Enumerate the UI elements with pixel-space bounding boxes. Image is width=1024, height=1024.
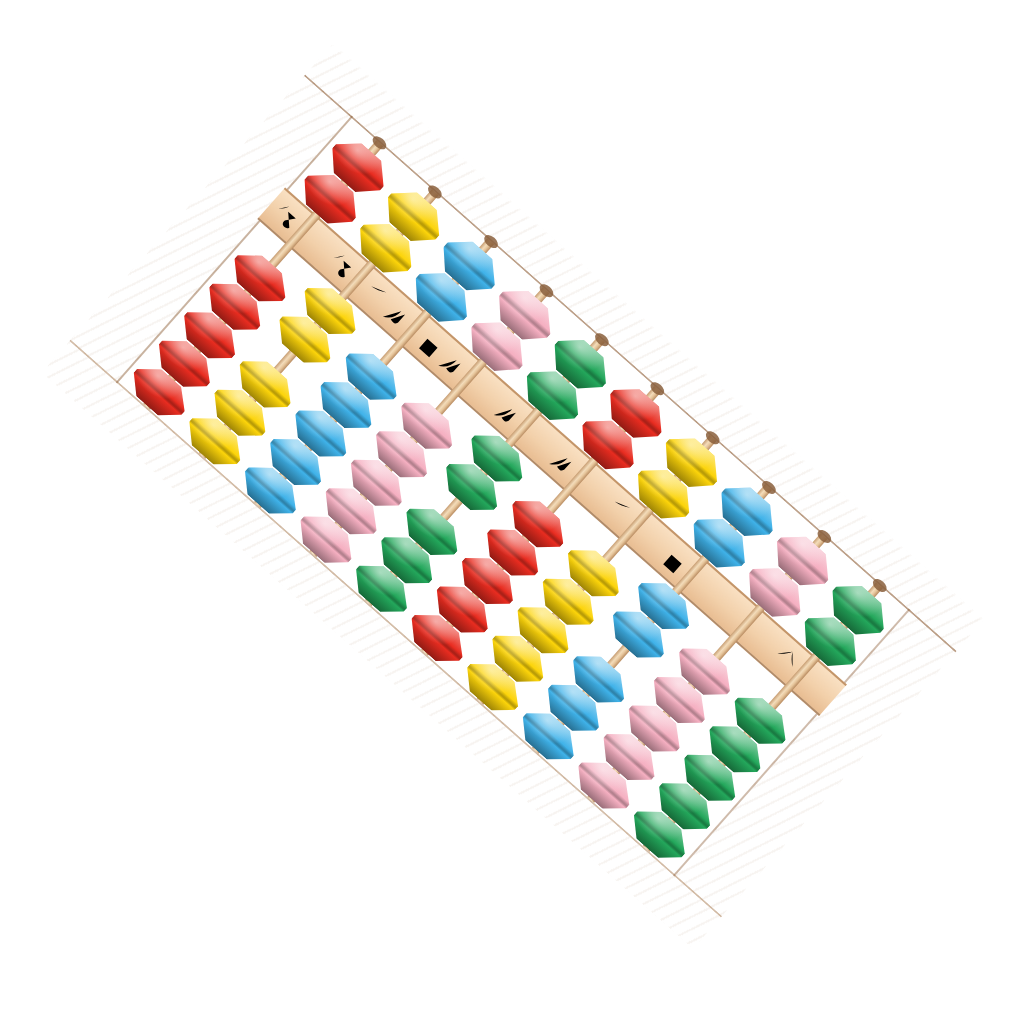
- product-photo-canvas: [0, 0, 1024, 1024]
- abacus-board: [41, 43, 984, 949]
